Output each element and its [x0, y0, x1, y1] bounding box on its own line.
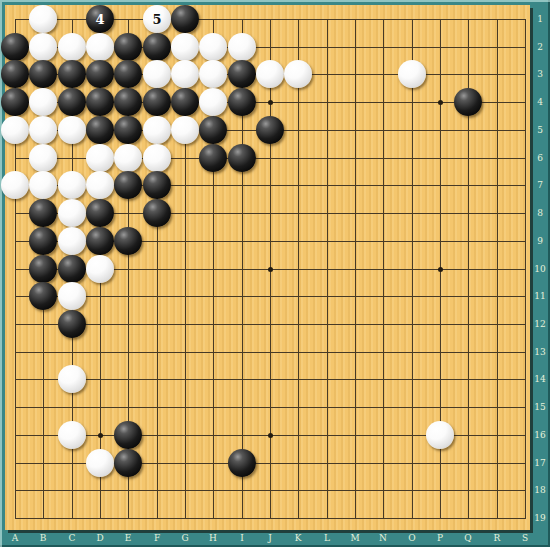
column-label-J: J: [260, 532, 280, 544]
row-label-13: 13: [530, 346, 550, 358]
black-stone-G4: [171, 88, 199, 116]
row-label-3: 3: [530, 68, 550, 80]
row-label-12: 12: [530, 318, 550, 330]
column-label-G: G: [175, 532, 195, 544]
column-label-C: C: [62, 532, 82, 544]
black-stone-B11: [29, 282, 57, 310]
row-label-19: 19: [530, 512, 550, 524]
black-stone-A2: [1, 33, 29, 61]
black-stone-B9: [29, 227, 57, 255]
black-stone-F4: [143, 88, 171, 116]
black-stone-E3: [114, 60, 142, 88]
white-stone-D2: [86, 33, 114, 61]
black-stone-E17: [114, 449, 142, 477]
black-stone-E7: [114, 171, 142, 199]
black-stone-C12: [58, 310, 86, 338]
white-stone-F1: 5: [143, 5, 171, 33]
white-stone-D6: [86, 144, 114, 172]
white-stone-F3: [143, 60, 171, 88]
move-number-label: 5: [152, 12, 161, 27]
black-stone-D8: [86, 199, 114, 227]
black-stone-B3: [29, 60, 57, 88]
grid-horizontal-line: [15, 352, 526, 353]
grid-vertical-line: [383, 19, 384, 519]
column-label-E: E: [118, 532, 138, 544]
column-label-L: L: [317, 532, 337, 544]
grid-vertical-line: [412, 19, 413, 519]
column-label-B: B: [33, 532, 53, 544]
grid-vertical-line: [497, 19, 498, 519]
grid-horizontal-line: [15, 407, 526, 408]
white-stone-C7: [58, 171, 86, 199]
black-stone-D9: [86, 227, 114, 255]
column-label-O: O: [402, 532, 422, 544]
column-label-H: H: [203, 532, 223, 544]
white-stone-J3: [256, 60, 284, 88]
white-stone-D10: [86, 255, 114, 283]
black-stone-E2: [114, 33, 142, 61]
white-stone-B7: [29, 171, 57, 199]
black-stone-I17: [228, 449, 256, 477]
column-label-M: M: [345, 532, 365, 544]
column-label-R: R: [487, 532, 507, 544]
black-stone-E4: [114, 88, 142, 116]
white-stone-C5: [58, 116, 86, 144]
white-stone-I2: [228, 33, 256, 61]
white-stone-B6: [29, 144, 57, 172]
black-stone-J5: [256, 116, 284, 144]
row-label-6: 6: [530, 152, 550, 164]
black-stone-F2: [143, 33, 171, 61]
white-stone-G2: [171, 33, 199, 61]
white-stone-E6: [114, 144, 142, 172]
white-stone-A7: [1, 171, 29, 199]
white-stone-D17: [86, 449, 114, 477]
black-stone-B8: [29, 199, 57, 227]
white-stone-A5: [1, 116, 29, 144]
white-stone-H3: [199, 60, 227, 88]
row-label-2: 2: [530, 41, 550, 53]
star-point: [268, 267, 273, 272]
black-stone-C10: [58, 255, 86, 283]
row-label-5: 5: [530, 124, 550, 136]
row-label-4: 4: [530, 96, 550, 108]
move-number-label: 4: [95, 12, 104, 27]
row-label-1: 1: [530, 13, 550, 25]
column-label-K: K: [288, 532, 308, 544]
white-stone-B1: [29, 5, 57, 33]
grid-horizontal-line: [15, 490, 526, 491]
white-stone-D7: [86, 171, 114, 199]
black-stone-B10: [29, 255, 57, 283]
black-stone-D4: [86, 88, 114, 116]
white-stone-C9: [58, 227, 86, 255]
grid-vertical-line: [355, 19, 356, 519]
black-stone-H6: [199, 144, 227, 172]
black-stone-D3: [86, 60, 114, 88]
grid-horizontal-line: [15, 518, 526, 519]
black-stone-I3: [228, 60, 256, 88]
white-stone-C8: [58, 199, 86, 227]
white-stone-B2: [29, 33, 57, 61]
black-stone-F7: [143, 171, 171, 199]
black-stone-C3: [58, 60, 86, 88]
white-stone-B5: [29, 116, 57, 144]
row-label-8: 8: [530, 207, 550, 219]
white-stone-F6: [143, 144, 171, 172]
row-label-16: 16: [530, 429, 550, 441]
white-stone-P16: [426, 421, 454, 449]
column-label-A: A: [5, 532, 25, 544]
white-stone-B4: [29, 88, 57, 116]
black-stone-E5: [114, 116, 142, 144]
grid-horizontal-line: [15, 379, 526, 380]
black-stone-I4: [228, 88, 256, 116]
column-label-Q: Q: [458, 532, 478, 544]
grid-vertical-line: [298, 19, 299, 519]
column-label-S: S: [515, 532, 535, 544]
column-label-N: N: [373, 532, 393, 544]
star-point: [438, 100, 443, 105]
black-stone-F8: [143, 199, 171, 227]
white-stone-G3: [171, 60, 199, 88]
black-stone-E9: [114, 227, 142, 255]
row-label-17: 17: [530, 457, 550, 469]
black-stone-Q4: [454, 88, 482, 116]
star-point: [268, 433, 273, 438]
black-stone-A4: [1, 88, 29, 116]
black-stone-A3: [1, 60, 29, 88]
column-label-P: P: [430, 532, 450, 544]
black-stone-G1: [171, 5, 199, 33]
black-stone-E16: [114, 421, 142, 449]
row-label-14: 14: [530, 373, 550, 385]
black-stone-D1: 4: [86, 5, 114, 33]
star-point: [98, 433, 103, 438]
grid-horizontal-line: [15, 324, 526, 325]
white-stone-H4: [199, 88, 227, 116]
white-stone-K3: [284, 60, 312, 88]
black-stone-D5: [86, 116, 114, 144]
row-label-10: 10: [530, 263, 550, 275]
black-stone-I6: [228, 144, 256, 172]
white-stone-F5: [143, 116, 171, 144]
row-label-9: 9: [530, 235, 550, 247]
grid-horizontal-line: [15, 296, 526, 297]
white-stone-O3: [398, 60, 426, 88]
row-label-7: 7: [530, 179, 550, 191]
star-point: [438, 267, 443, 272]
white-stone-C14: [58, 365, 86, 393]
row-label-15: 15: [530, 401, 550, 413]
white-stone-C2: [58, 33, 86, 61]
white-stone-C16: [58, 421, 86, 449]
white-stone-G5: [171, 116, 199, 144]
black-stone-H5: [199, 116, 227, 144]
grid-vertical-line: [327, 19, 328, 519]
row-label-18: 18: [530, 484, 550, 496]
grid-vertical-line: [525, 19, 526, 519]
white-stone-H2: [199, 33, 227, 61]
column-label-I: I: [232, 532, 252, 544]
column-label-D: D: [90, 532, 110, 544]
go-board[interactable]: 45: [5, 5, 530, 530]
row-label-11: 11: [530, 290, 550, 302]
star-point: [268, 100, 273, 105]
go-app-window: 45 ABCDEFGHIJKLMNOPQRS 12345678910111213…: [0, 0, 550, 547]
white-stone-C11: [58, 282, 86, 310]
black-stone-C4: [58, 88, 86, 116]
column-label-F: F: [147, 532, 167, 544]
